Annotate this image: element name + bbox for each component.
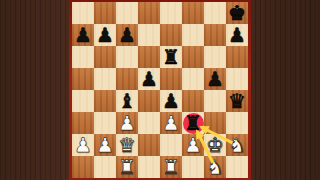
square-d2 xyxy=(138,134,160,156)
square-e5 xyxy=(160,68,182,90)
square-b1 xyxy=(94,156,116,178)
piece-white-king-g2: ♚ xyxy=(204,134,226,156)
square-h2: ♞ xyxy=(226,134,248,156)
square-g8 xyxy=(204,2,226,24)
square-b4 xyxy=(94,90,116,112)
chess-board-frame: ♚♟♟♟♟♜♟♟♝♟♛♟♟♜♟♟♛♟♚♞♜♜♞ xyxy=(69,0,251,180)
square-e8 xyxy=(160,2,182,24)
square-e2 xyxy=(160,134,182,156)
square-c7: ♟ xyxy=(116,24,138,46)
piece-white-pawn-a2: ♟ xyxy=(72,134,94,156)
square-f6 xyxy=(182,46,204,68)
square-h4: ♛ xyxy=(226,90,248,112)
square-c6 xyxy=(116,46,138,68)
square-g4 xyxy=(204,90,226,112)
square-g6 xyxy=(204,46,226,68)
piece-white-knight-g1: ♞ xyxy=(204,156,226,178)
piece-black-pawn-g5: ♟ xyxy=(204,68,226,90)
square-h3 xyxy=(226,112,248,134)
square-a3 xyxy=(72,112,94,134)
square-g3 xyxy=(204,112,226,134)
square-f1 xyxy=(182,156,204,178)
square-h7: ♟ xyxy=(226,24,248,46)
square-d8 xyxy=(138,2,160,24)
square-d5: ♟ xyxy=(138,68,160,90)
square-b2: ♟ xyxy=(94,134,116,156)
piece-black-pawn-h7: ♟ xyxy=(226,24,248,46)
square-f7 xyxy=(182,24,204,46)
piece-black-bishop-c4: ♝ xyxy=(116,90,138,112)
piece-white-pawn-f2: ♟ xyxy=(182,134,204,156)
square-f5 xyxy=(182,68,204,90)
square-f4 xyxy=(182,90,204,112)
square-c8 xyxy=(116,2,138,24)
square-e7 xyxy=(160,24,182,46)
piece-white-rook-e1: ♜ xyxy=(160,156,182,178)
capture-highlight-f3 xyxy=(183,113,204,134)
square-b8 xyxy=(94,2,116,24)
square-c4: ♝ xyxy=(116,90,138,112)
square-h5 xyxy=(226,68,248,90)
square-e4: ♟ xyxy=(160,90,182,112)
square-a7: ♟ xyxy=(72,24,94,46)
piece-black-pawn-b7: ♟ xyxy=(94,24,116,46)
square-f3: ♜ xyxy=(182,112,204,134)
square-g2: ♚ xyxy=(204,134,226,156)
piece-black-pawn-d5: ♟ xyxy=(138,68,160,90)
square-h8: ♚ xyxy=(226,2,248,24)
square-e6: ♜ xyxy=(160,46,182,68)
square-e3: ♟ xyxy=(160,112,182,134)
piece-white-rook-c1: ♜ xyxy=(116,156,138,178)
square-g5: ♟ xyxy=(204,68,226,90)
square-c2: ♛ xyxy=(116,134,138,156)
square-c3: ♟ xyxy=(116,112,138,134)
piece-white-pawn-c3: ♟ xyxy=(116,112,138,134)
square-h1 xyxy=(226,156,248,178)
square-f2: ♟ xyxy=(182,134,204,156)
piece-white-pawn-b2: ♟ xyxy=(94,134,116,156)
square-a1 xyxy=(72,156,94,178)
piece-black-rook-e6: ♜ xyxy=(160,46,182,68)
square-a2: ♟ xyxy=(72,134,94,156)
square-a6 xyxy=(72,46,94,68)
square-e1: ♜ xyxy=(160,156,182,178)
square-d3 xyxy=(138,112,160,134)
square-f8 xyxy=(182,2,204,24)
piece-white-knight-h2: ♞ xyxy=(226,134,248,156)
piece-black-queen-h4: ♛ xyxy=(226,90,248,112)
square-a5 xyxy=(72,68,94,90)
square-g1: ♞ xyxy=(204,156,226,178)
square-d4 xyxy=(138,90,160,112)
video-frame: ♚♟♟♟♟♜♟♟♝♟♛♟♟♜♟♟♛♟♚♞♜♜♞ xyxy=(0,0,320,180)
square-h6 xyxy=(226,46,248,68)
piece-black-pawn-e4: ♟ xyxy=(160,90,182,112)
square-c1: ♜ xyxy=(116,156,138,178)
square-d7 xyxy=(138,24,160,46)
square-c5 xyxy=(116,68,138,90)
chess-board: ♚♟♟♟♟♜♟♟♝♟♛♟♟♜♟♟♛♟♚♞♜♜♞ xyxy=(72,2,248,178)
piece-black-pawn-c7: ♟ xyxy=(116,24,138,46)
piece-black-pawn-a7: ♟ xyxy=(72,24,94,46)
square-b5 xyxy=(94,68,116,90)
square-d1 xyxy=(138,156,160,178)
piece-white-queen-c2: ♛ xyxy=(116,134,138,156)
square-d6 xyxy=(138,46,160,68)
square-b7: ♟ xyxy=(94,24,116,46)
piece-black-king-h8: ♚ xyxy=(226,2,248,24)
square-a8 xyxy=(72,2,94,24)
square-g7 xyxy=(204,24,226,46)
piece-white-pawn-e3: ♟ xyxy=(160,112,182,134)
square-b3 xyxy=(94,112,116,134)
square-b6 xyxy=(94,46,116,68)
square-a4 xyxy=(72,90,94,112)
